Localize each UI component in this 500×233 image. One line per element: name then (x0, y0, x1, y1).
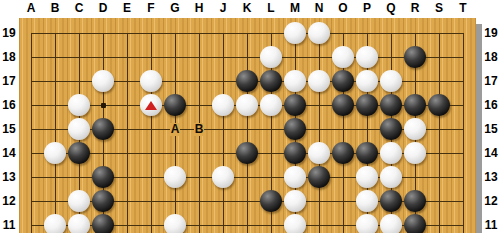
intersection-N15[interactable] (307, 117, 331, 141)
triangle-marker-F16 (145, 101, 157, 110)
intersection-C14[interactable] (67, 141, 91, 165)
intersection-R13[interactable] (403, 165, 427, 189)
black-stone-K17 (236, 70, 258, 92)
column-label-E: E (117, 1, 137, 16)
intersection-S18[interactable] (427, 45, 451, 69)
intersection-Q18[interactable] (379, 45, 403, 69)
intersection-G12[interactable] (163, 189, 187, 213)
column-label-G: G (165, 1, 185, 16)
black-stone-G16 (164, 94, 186, 116)
row-label-right-18: 18 (482, 49, 500, 65)
black-stone-Q15 (380, 118, 402, 140)
intersection-A16[interactable] (19, 93, 43, 117)
intersection-O16[interactable] (331, 93, 355, 117)
intersection-J11[interactable] (211, 213, 235, 233)
column-label-P: P (357, 1, 377, 16)
intersection-Q16[interactable] (379, 93, 403, 117)
intersection-K19[interactable] (235, 21, 259, 45)
intersection-C19[interactable] (67, 21, 91, 45)
intersection-N13[interactable] (307, 165, 331, 189)
intersection-C12[interactable] (67, 189, 91, 213)
intersection-A13[interactable] (19, 165, 43, 189)
white-stone-P13 (356, 166, 378, 188)
intersection-P17[interactable] (355, 69, 379, 93)
intersection-H16[interactable] (187, 93, 211, 117)
intersection-E19[interactable] (115, 21, 139, 45)
intersection-K16[interactable] (235, 93, 259, 117)
intersection-D15[interactable] (91, 117, 115, 141)
intersection-P14[interactable] (355, 141, 379, 165)
intersection-Q17[interactable] (379, 69, 403, 93)
black-stone-M16 (284, 94, 306, 116)
column-label-B: B (45, 1, 65, 16)
black-stone-D11 (92, 214, 114, 233)
white-stone-J13 (212, 166, 234, 188)
intersection-E12[interactable] (115, 189, 139, 213)
intersection-D19[interactable] (91, 21, 115, 45)
intersection-K18[interactable] (235, 45, 259, 69)
intersection-B12[interactable] (43, 189, 67, 213)
white-stone-G11 (164, 214, 186, 233)
intersection-M11[interactable] (283, 213, 307, 233)
black-stone-N13 (308, 166, 330, 188)
intersection-A19[interactable] (19, 21, 43, 45)
intersection-B13[interactable] (43, 165, 67, 189)
white-stone-B11 (44, 214, 66, 233)
intersection-R16[interactable] (403, 93, 427, 117)
intersection-S16[interactable] (427, 93, 451, 117)
intersection-R11[interactable] (403, 213, 427, 233)
intersection-G19[interactable] (163, 21, 187, 45)
intersection-E11[interactable] (115, 213, 139, 233)
intersection-D17[interactable] (91, 69, 115, 93)
black-stone-L17 (260, 70, 282, 92)
black-stone-L12 (260, 190, 282, 212)
row-label-right-11: 11 (482, 217, 500, 233)
row-label-left-16: 16 (0, 97, 18, 113)
intersection-J14[interactable] (211, 141, 235, 165)
intersection-E17[interactable] (115, 69, 139, 93)
white-stone-M19 (284, 22, 306, 44)
intersection-H17[interactable] (187, 69, 211, 93)
white-stone-M12 (284, 190, 306, 212)
black-stone-Q12 (380, 190, 402, 212)
white-stone-K16 (236, 94, 258, 116)
intersection-P16[interactable] (355, 93, 379, 117)
intersection-G15[interactable]: A (163, 117, 187, 141)
intersection-J13[interactable] (211, 165, 235, 189)
intersection-D18[interactable] (91, 45, 115, 69)
intersection-J18[interactable] (211, 45, 235, 69)
white-stone-Q14 (380, 142, 402, 164)
intersection-S14[interactable] (427, 141, 451, 165)
column-label-D: D (93, 1, 113, 16)
intersection-N12[interactable] (307, 189, 331, 213)
white-stone-G13 (164, 166, 186, 188)
intersection-K14[interactable] (235, 141, 259, 165)
intersection-J12[interactable] (211, 189, 235, 213)
intersection-S12[interactable] (427, 189, 451, 213)
intersection-D16[interactable] (91, 93, 115, 117)
intersection-O13[interactable] (331, 165, 355, 189)
intersection-L19[interactable] (259, 21, 283, 45)
intersection-R17[interactable] (403, 69, 427, 93)
black-stone-M14 (284, 142, 306, 164)
intersection-S17[interactable] (427, 69, 451, 93)
column-label-N: N (309, 1, 329, 16)
intersection-D13[interactable] (91, 165, 115, 189)
white-stone-C15 (68, 118, 90, 140)
intersection-D14[interactable] (91, 141, 115, 165)
intersection-T13[interactable] (451, 165, 475, 189)
intersection-C11[interactable] (67, 213, 91, 233)
intersection-S19[interactable] (427, 21, 451, 45)
intersection-L15[interactable] (259, 117, 283, 141)
intersection-H19[interactable] (187, 21, 211, 45)
intersection-F15[interactable] (139, 117, 163, 141)
black-stone-D12 (92, 190, 114, 212)
row-label-right-14: 14 (482, 145, 500, 161)
white-stone-C12 (68, 190, 90, 212)
intersection-L14[interactable] (259, 141, 283, 165)
black-stone-D13 (92, 166, 114, 188)
intersection-Q19[interactable] (379, 21, 403, 45)
intersection-K12[interactable] (235, 189, 259, 213)
intersection-O19[interactable] (331, 21, 355, 45)
column-label-M: M (285, 1, 305, 16)
column-label-T: T (453, 1, 473, 16)
intersection-K15[interactable] (235, 117, 259, 141)
intersection-F16[interactable] (139, 93, 163, 117)
intersection-B18[interactable] (43, 45, 67, 69)
intersection-T18[interactable] (451, 45, 475, 69)
intersection-C13[interactable] (67, 165, 91, 189)
white-stone-R14 (404, 142, 426, 164)
intersection-L11[interactable] (259, 213, 283, 233)
intersection-A12[interactable] (19, 189, 43, 213)
intersection-B19[interactable] (43, 21, 67, 45)
intersection-F18[interactable] (139, 45, 163, 69)
white-stone-Q17 (380, 70, 402, 92)
column-label-R: R (405, 1, 425, 16)
intersection-K11[interactable] (235, 213, 259, 233)
black-stone-R11 (404, 214, 426, 233)
black-stone-S16 (428, 94, 450, 116)
goban-grid: AB (19, 21, 475, 233)
white-stone-N17 (308, 70, 330, 92)
row-label-right-17: 17 (482, 73, 500, 89)
intersection-R18[interactable] (403, 45, 427, 69)
row-label-left-15: 15 (0, 121, 18, 137)
column-label-H: H (189, 1, 209, 16)
black-stone-R12 (404, 190, 426, 212)
intersection-J17[interactable] (211, 69, 235, 93)
intersection-F14[interactable] (139, 141, 163, 165)
intersection-R15[interactable] (403, 117, 427, 141)
intersection-J16[interactable] (211, 93, 235, 117)
intersection-D11[interactable] (91, 213, 115, 233)
row-label-left-17: 17 (0, 73, 18, 89)
intersection-F12[interactable] (139, 189, 163, 213)
intersection-M12[interactable] (283, 189, 307, 213)
intersection-G11[interactable] (163, 213, 187, 233)
column-label-L: L (261, 1, 281, 16)
intersection-J15[interactable] (211, 117, 235, 141)
intersection-A14[interactable] (19, 141, 43, 165)
row-label-right-19: 19 (482, 25, 500, 41)
intersection-R19[interactable] (403, 21, 427, 45)
black-stone-K14 (236, 142, 258, 164)
black-stone-R18 (404, 46, 426, 68)
intersection-N11[interactable] (307, 213, 331, 233)
intersection-M18[interactable] (283, 45, 307, 69)
black-stone-O17 (332, 70, 354, 92)
black-stone-M15 (284, 118, 306, 140)
intersection-T16[interactable] (451, 93, 475, 117)
intersection-O17[interactable] (331, 69, 355, 93)
row-label-left-11: 11 (0, 217, 18, 233)
row-label-right-16: 16 (482, 97, 500, 113)
white-stone-F17 (140, 70, 162, 92)
intersection-H18[interactable] (187, 45, 211, 69)
white-stone-L18 (260, 46, 282, 68)
white-stone-L16 (260, 94, 282, 116)
row-label-right-13: 13 (482, 169, 500, 185)
white-stone-P17 (356, 70, 378, 92)
row-label-left-13: 13 (0, 169, 18, 185)
row-label-right-12: 12 (482, 193, 500, 209)
intersection-E18[interactable] (115, 45, 139, 69)
white-stone-N14 (308, 142, 330, 164)
white-stone-P11 (356, 214, 378, 233)
column-label-S: S (429, 1, 449, 16)
intersection-G14[interactable] (163, 141, 187, 165)
intersection-T12[interactable] (451, 189, 475, 213)
intersection-G17[interactable] (163, 69, 187, 93)
intersection-N18[interactable] (307, 45, 331, 69)
variation-label-b[interactable]: B (194, 123, 205, 136)
white-stone-F16 (140, 94, 162, 116)
white-stone-M11 (284, 214, 306, 233)
intersection-F13[interactable] (139, 165, 163, 189)
black-stone-C14 (68, 142, 90, 164)
intersection-H11[interactable] (187, 213, 211, 233)
intersection-T17[interactable] (451, 69, 475, 93)
intersection-C15[interactable] (67, 117, 91, 141)
intersection-E15[interactable] (115, 117, 139, 141)
intersection-Q13[interactable] (379, 165, 403, 189)
intersection-H12[interactable] (187, 189, 211, 213)
intersection-P13[interactable] (355, 165, 379, 189)
intersection-B15[interactable] (43, 117, 67, 141)
intersection-M16[interactable] (283, 93, 307, 117)
intersection-P15[interactable] (355, 117, 379, 141)
intersection-H15[interactable]: B (187, 117, 211, 141)
intersection-B14[interactable] (43, 141, 67, 165)
intersection-T14[interactable] (451, 141, 475, 165)
column-label-F: F (141, 1, 161, 16)
intersection-S11[interactable] (427, 213, 451, 233)
intersection-A17[interactable] (19, 69, 43, 93)
intersection-B17[interactable] (43, 69, 67, 93)
intersection-T19[interactable] (451, 21, 475, 45)
intersection-H14[interactable] (187, 141, 211, 165)
white-stone-D17 (92, 70, 114, 92)
row-label-left-19: 19 (0, 25, 18, 41)
intersection-L17[interactable] (259, 69, 283, 93)
white-stone-P12 (356, 190, 378, 212)
column-label-K: K (237, 1, 257, 16)
intersection-R12[interactable] (403, 189, 427, 213)
intersection-C16[interactable] (67, 93, 91, 117)
intersection-S13[interactable] (427, 165, 451, 189)
black-stone-D15 (92, 118, 114, 140)
intersection-P19[interactable] (355, 21, 379, 45)
white-stone-J16 (212, 94, 234, 116)
intersection-D12[interactable] (91, 189, 115, 213)
black-stone-R16 (404, 94, 426, 116)
intersection-P18[interactable] (355, 45, 379, 69)
white-stone-C11 (68, 214, 90, 233)
intersection-M14[interactable] (283, 141, 307, 165)
intersection-O12[interactable] (331, 189, 355, 213)
intersection-E14[interactable] (115, 141, 139, 165)
intersection-A15[interactable] (19, 117, 43, 141)
intersection-Q14[interactable] (379, 141, 403, 165)
intersection-J19[interactable] (211, 21, 235, 45)
column-label-C: C (69, 1, 89, 16)
intersection-O14[interactable] (331, 141, 355, 165)
intersection-Q11[interactable] (379, 213, 403, 233)
intersection-H13[interactable] (187, 165, 211, 189)
intersection-O18[interactable] (331, 45, 355, 69)
column-label-Q: Q (381, 1, 401, 16)
intersection-M15[interactable] (283, 117, 307, 141)
intersection-T11[interactable] (451, 213, 475, 233)
column-label-J: J (213, 1, 233, 16)
white-stone-R15 (404, 118, 426, 140)
intersection-A11[interactable] (19, 213, 43, 233)
white-stone-O18 (332, 46, 354, 68)
intersection-C17[interactable] (67, 69, 91, 93)
intersection-F17[interactable] (139, 69, 163, 93)
intersection-S15[interactable] (427, 117, 451, 141)
black-stone-O16 (332, 94, 354, 116)
black-stone-P16 (356, 94, 378, 116)
intersection-M13[interactable] (283, 165, 307, 189)
intersection-N19[interactable] (307, 21, 331, 45)
variation-label-a[interactable]: A (170, 123, 181, 136)
intersection-N17[interactable] (307, 69, 331, 93)
intersection-L12[interactable] (259, 189, 283, 213)
intersection-C18[interactable] (67, 45, 91, 69)
intersection-R14[interactable] (403, 141, 427, 165)
intersection-L16[interactable] (259, 93, 283, 117)
intersection-A18[interactable] (19, 45, 43, 69)
black-stone-Q16 (380, 94, 402, 116)
intersection-G13[interactable] (163, 165, 187, 189)
intersection-G16[interactable] (163, 93, 187, 117)
column-label-O: O (333, 1, 353, 16)
white-stone-M13 (284, 166, 306, 188)
intersection-M17[interactable] (283, 69, 307, 93)
white-stone-C16 (68, 94, 90, 116)
white-stone-B14 (44, 142, 66, 164)
star-point-D16 (101, 103, 106, 108)
white-stone-Q13 (380, 166, 402, 188)
intersection-N16[interactable] (307, 93, 331, 117)
white-stone-N19 (308, 22, 330, 44)
row-label-left-18: 18 (0, 49, 18, 65)
black-stone-P14 (356, 142, 378, 164)
intersection-Q15[interactable] (379, 117, 403, 141)
intersection-T15[interactable] (451, 117, 475, 141)
intersection-L18[interactable] (259, 45, 283, 69)
intersection-F19[interactable] (139, 21, 163, 45)
intersection-P11[interactable] (355, 213, 379, 233)
intersection-L13[interactable] (259, 165, 283, 189)
row-label-left-12: 12 (0, 193, 18, 209)
intersection-E16[interactable] (115, 93, 139, 117)
intersection-B16[interactable] (43, 93, 67, 117)
intersection-B11[interactable] (43, 213, 67, 233)
intersection-N14[interactable] (307, 141, 331, 165)
column-label-A: A (21, 1, 41, 16)
intersection-K17[interactable] (235, 69, 259, 93)
intersection-Q12[interactable] (379, 189, 403, 213)
intersection-P12[interactable] (355, 189, 379, 213)
white-stone-Q11 (380, 214, 402, 233)
intersection-G18[interactable] (163, 45, 187, 69)
intersection-O15[interactable] (331, 117, 355, 141)
intersection-K13[interactable] (235, 165, 259, 189)
intersection-O11[interactable] (331, 213, 355, 233)
row-label-right-15: 15 (482, 121, 500, 137)
white-stone-P18 (356, 46, 378, 68)
white-stone-M17 (284, 70, 306, 92)
intersection-M19[interactable] (283, 21, 307, 45)
black-stone-O14 (332, 142, 354, 164)
row-label-left-14: 14 (0, 145, 18, 161)
go-board-screenshot: ABCDEFGHJKLMNOPQRST 191817161514131211 1… (0, 0, 500, 233)
intersection-E13[interactable] (115, 165, 139, 189)
intersection-F11[interactable] (139, 213, 163, 233)
